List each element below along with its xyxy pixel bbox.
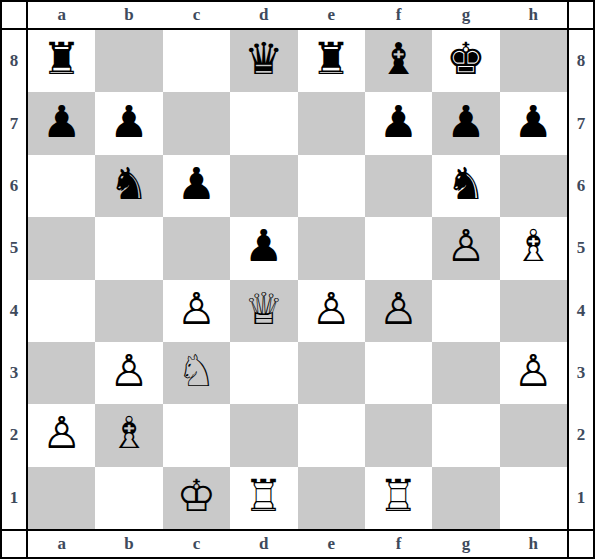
- white-queen: ♕: [244, 287, 283, 331]
- square-c5[interactable]: [163, 217, 230, 279]
- square-b4[interactable]: [95, 280, 162, 342]
- black-king: ♚: [446, 37, 485, 81]
- square-b3[interactable]: ♙: [95, 342, 162, 404]
- square-d8[interactable]: ♛: [230, 30, 297, 92]
- square-a1[interactable]: [28, 467, 95, 529]
- square-h4[interactable]: [500, 280, 567, 342]
- square-e7[interactable]: [298, 92, 365, 154]
- rank-label-3: 3: [569, 342, 593, 404]
- square-d6[interactable]: [230, 155, 297, 217]
- black-rook: ♜: [42, 37, 81, 81]
- rank-label-3: 3: [2, 342, 26, 404]
- black-pawn: ♟: [379, 100, 418, 144]
- white-pawn: ♙: [514, 349, 553, 393]
- chess-diagram: abcdefgh 87654321 ♜♛♜♝♚♟♟♟♟♟♞♟♞♟♙♗♙♕♙♙♙♘…: [0, 0, 595, 559]
- square-h8[interactable]: [500, 30, 567, 92]
- corner-top-right: [567, 2, 593, 30]
- square-g7[interactable]: ♟: [432, 92, 499, 154]
- black-knight: ♞: [446, 162, 485, 206]
- square-h3[interactable]: ♙: [500, 342, 567, 404]
- square-d5[interactable]: ♟: [230, 217, 297, 279]
- square-f6[interactable]: [365, 155, 432, 217]
- square-a4[interactable]: [28, 280, 95, 342]
- square-a5[interactable]: [28, 217, 95, 279]
- square-b2[interactable]: ♗: [95, 404, 162, 466]
- square-h1[interactable]: [500, 467, 567, 529]
- file-label-d: d: [230, 531, 297, 557]
- file-label-a: a: [28, 531, 95, 557]
- rank-label-2: 2: [569, 404, 593, 466]
- file-labels-top: abcdefgh: [28, 2, 567, 30]
- file-label-a: a: [28, 2, 95, 28]
- rank-label-6: 6: [2, 155, 26, 217]
- white-bishop: ♗: [514, 224, 553, 268]
- square-a8[interactable]: ♜: [28, 30, 95, 92]
- rank-label-4: 4: [569, 280, 593, 342]
- square-f8[interactable]: ♝: [365, 30, 432, 92]
- square-b8[interactable]: [95, 30, 162, 92]
- file-label-e: e: [298, 2, 365, 28]
- black-pawn: ♟: [244, 224, 283, 268]
- square-h5[interactable]: ♗: [500, 217, 567, 279]
- rank-label-6: 6: [569, 155, 593, 217]
- square-f5[interactable]: [365, 217, 432, 279]
- square-e8[interactable]: ♜: [298, 30, 365, 92]
- black-pawn: ♟: [109, 100, 148, 144]
- rank-label-8: 8: [569, 30, 593, 92]
- rank-label-4: 4: [2, 280, 26, 342]
- white-knight: ♘: [177, 349, 216, 393]
- square-h2[interactable]: [500, 404, 567, 466]
- square-b5[interactable]: [95, 217, 162, 279]
- square-d1[interactable]: ♖: [230, 467, 297, 529]
- square-c1[interactable]: ♔: [163, 467, 230, 529]
- square-e5[interactable]: [298, 217, 365, 279]
- file-labels-bottom: abcdefgh: [28, 529, 567, 557]
- white-rook: ♖: [379, 474, 418, 518]
- square-c3[interactable]: ♘: [163, 342, 230, 404]
- square-e2[interactable]: [298, 404, 365, 466]
- square-e6[interactable]: [298, 155, 365, 217]
- white-pawn: ♙: [311, 287, 350, 331]
- file-label-b: b: [95, 531, 162, 557]
- corner-bottom-left: [2, 529, 28, 557]
- square-b6[interactable]: ♞: [95, 155, 162, 217]
- square-g1[interactable]: [432, 467, 499, 529]
- corner-top-left: [2, 2, 28, 30]
- square-f1[interactable]: ♖: [365, 467, 432, 529]
- square-g6[interactable]: ♞: [432, 155, 499, 217]
- square-g3[interactable]: [432, 342, 499, 404]
- square-g5[interactable]: ♙: [432, 217, 499, 279]
- file-label-f: f: [365, 531, 432, 557]
- file-label-e: e: [298, 531, 365, 557]
- file-label-g: g: [432, 531, 499, 557]
- black-knight: ♞: [109, 162, 148, 206]
- square-g4[interactable]: [432, 280, 499, 342]
- black-pawn: ♟: [177, 162, 216, 206]
- corner-bottom-right: [567, 529, 593, 557]
- white-pawn: ♙: [379, 287, 418, 331]
- file-label-f: f: [365, 2, 432, 28]
- square-g8[interactable]: ♚: [432, 30, 499, 92]
- rank-label-5: 5: [2, 217, 26, 279]
- rank-label-1: 1: [569, 467, 593, 529]
- rank-labels-right: 87654321: [567, 30, 593, 529]
- black-pawn: ♟: [42, 100, 81, 144]
- square-f4[interactable]: ♙: [365, 280, 432, 342]
- white-king: ♔: [177, 474, 216, 518]
- white-pawn: ♙: [42, 411, 81, 455]
- square-a2[interactable]: ♙: [28, 404, 95, 466]
- file-label-c: c: [163, 531, 230, 557]
- rank-label-1: 1: [2, 467, 26, 529]
- black-pawn: ♟: [514, 100, 553, 144]
- square-a7[interactable]: ♟: [28, 92, 95, 154]
- file-label-h: h: [500, 531, 567, 557]
- rank-label-8: 8: [2, 30, 26, 92]
- square-c2[interactable]: [163, 404, 230, 466]
- rank-label-7: 7: [2, 92, 26, 154]
- square-f7[interactable]: ♟: [365, 92, 432, 154]
- black-rook: ♜: [311, 37, 350, 81]
- rank-label-2: 2: [2, 404, 26, 466]
- square-d2[interactable]: [230, 404, 297, 466]
- white-pawn: ♙: [446, 224, 485, 268]
- file-label-b: b: [95, 2, 162, 28]
- square-a3[interactable]: [28, 342, 95, 404]
- black-queen: ♛: [244, 37, 283, 81]
- file-label-c: c: [163, 2, 230, 28]
- rank-label-7: 7: [569, 92, 593, 154]
- square-a6[interactable]: [28, 155, 95, 217]
- white-pawn: ♙: [177, 287, 216, 331]
- black-bishop: ♝: [379, 37, 418, 81]
- square-b1[interactable]: [95, 467, 162, 529]
- square-d4[interactable]: ♕: [230, 280, 297, 342]
- file-label-d: d: [230, 2, 297, 28]
- square-c8[interactable]: [163, 30, 230, 92]
- square-b7[interactable]: ♟: [95, 92, 162, 154]
- square-c7[interactable]: [163, 92, 230, 154]
- square-d7[interactable]: [230, 92, 297, 154]
- chessboard: ♜♛♜♝♚♟♟♟♟♟♞♟♞♟♙♗♙♕♙♙♙♘♙♙♗♔♖♖: [28, 30, 567, 529]
- rank-label-5: 5: [569, 217, 593, 279]
- square-f3[interactable]: [365, 342, 432, 404]
- square-e4[interactable]: ♙: [298, 280, 365, 342]
- square-g2[interactable]: [432, 404, 499, 466]
- rank-labels-left: 87654321: [2, 30, 28, 529]
- black-pawn: ♟: [446, 100, 485, 144]
- square-h7[interactable]: ♟: [500, 92, 567, 154]
- file-label-g: g: [432, 2, 499, 28]
- square-e1[interactable]: [298, 467, 365, 529]
- white-rook: ♖: [244, 474, 283, 518]
- square-d3[interactable]: [230, 342, 297, 404]
- square-c4[interactable]: ♙: [163, 280, 230, 342]
- white-bishop: ♗: [109, 411, 148, 455]
- file-label-h: h: [500, 2, 567, 28]
- square-h6[interactable]: [500, 155, 567, 217]
- square-c6[interactable]: ♟: [163, 155, 230, 217]
- square-f2[interactable]: [365, 404, 432, 466]
- white-pawn: ♙: [109, 349, 148, 393]
- square-e3[interactable]: [298, 342, 365, 404]
